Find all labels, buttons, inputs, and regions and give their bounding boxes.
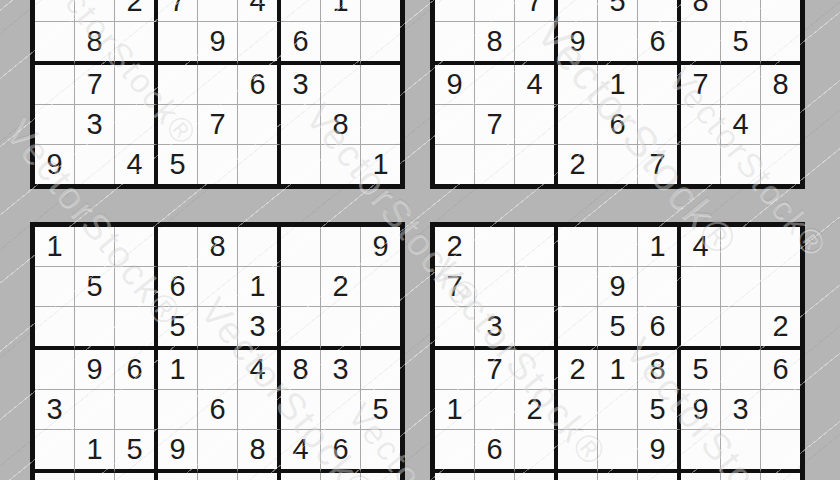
sudoku-cell[interactable] — [761, 227, 800, 267]
sudoku-cell[interactable] — [681, 22, 721, 65]
sudoku-cell[interactable]: 5 — [598, 307, 638, 350]
sudoku-cell[interactable] — [558, 473, 598, 480]
sudoku-cell[interactable] — [198, 267, 238, 307]
sudoku-cell[interactable] — [281, 0, 321, 22]
sudoku-cell[interactable]: 6 — [115, 350, 158, 390]
sudoku-cell[interactable]: 3 — [35, 390, 75, 430]
sudoku-cell[interactable] — [435, 22, 475, 65]
sudoku-cell[interactable]: 1 — [435, 390, 475, 430]
sudoku-cell[interactable] — [558, 267, 598, 307]
sudoku-cell[interactable] — [238, 105, 281, 145]
sudoku-cell[interactable]: 9 — [681, 390, 721, 430]
sudoku-cell[interactable] — [198, 350, 238, 390]
sudoku-cell[interactable] — [281, 307, 321, 350]
sudoku-cell[interactable]: 5 — [115, 430, 158, 473]
sudoku-board-top-left: 27418967633789451 — [30, 0, 405, 189]
sudoku-cell[interactable] — [198, 65, 238, 105]
sudoku-cell[interactable]: 3 — [281, 65, 321, 105]
sudoku-cell[interactable]: 1 — [598, 65, 638, 105]
sudoku-cell[interactable]: 8 — [281, 350, 321, 390]
sudoku-cell[interactable]: 6 — [281, 22, 321, 65]
sudoku-cell[interactable] — [35, 65, 75, 105]
sudoku-cell[interactable] — [115, 473, 158, 480]
sudoku-cell[interactable] — [198, 145, 238, 184]
sudoku-cell[interactable]: 3 — [475, 307, 515, 350]
sudoku-cell[interactable] — [115, 390, 158, 430]
sudoku-cell[interactable]: 8 — [761, 65, 800, 105]
sudoku-cell[interactable] — [435, 0, 475, 22]
sudoku-cell[interactable]: 6 — [638, 22, 681, 65]
sudoku-cell[interactable] — [515, 145, 558, 184]
sudoku-cell[interactable]: 4 — [115, 145, 158, 184]
sudoku-cell[interactable]: 5 — [158, 307, 198, 350]
sudoku-cell[interactable]: 1 — [638, 227, 681, 267]
sudoku-cell[interactable] — [238, 390, 281, 430]
sudoku-cell[interactable] — [681, 145, 721, 184]
sudoku-cell[interactable] — [558, 0, 598, 22]
sudoku-cell[interactable] — [681, 430, 721, 473]
sudoku-cell[interactable]: 1 — [238, 267, 281, 307]
sudoku-board-top-right: 75889659417876427 — [430, 0, 805, 189]
sudoku-cell[interactable]: 8 — [321, 105, 361, 145]
sudoku-cell[interactable] — [515, 430, 558, 473]
sudoku-cell[interactable] — [721, 307, 761, 350]
stock-image-canvas: 27418967633789451 75889659417876427 1895… — [0, 0, 840, 480]
sudoku-cell[interactable]: 6 — [761, 350, 800, 390]
sudoku-cell[interactable]: 7 — [638, 145, 681, 184]
sudoku-cell[interactable]: 1 — [75, 430, 115, 473]
sudoku-cell[interactable]: 3 — [75, 105, 115, 145]
sudoku-cell[interactable]: 2 — [558, 145, 598, 184]
sudoku-cell[interactable] — [35, 307, 75, 350]
sudoku-cell[interactable] — [681, 267, 721, 307]
sudoku-cell[interactable]: 7 — [435, 267, 475, 307]
sudoku-cell[interactable] — [475, 65, 515, 105]
sudoku-cell[interactable] — [75, 307, 115, 350]
sudoku-cell[interactable]: 3 — [321, 350, 361, 390]
sudoku-cell[interactable] — [361, 473, 400, 480]
sudoku-cell[interactable] — [721, 430, 761, 473]
sudoku-cell[interactable] — [558, 430, 598, 473]
sudoku-cell[interactable] — [638, 105, 681, 145]
sudoku-board-bottom-left: 189561253961483365159846 — [30, 222, 405, 480]
sudoku-cell[interactable] — [361, 307, 400, 350]
sudoku-cell[interactable]: 1 — [158, 350, 198, 390]
sudoku-cell[interactable]: 6 — [321, 430, 361, 473]
sudoku-cell[interactable] — [321, 473, 361, 480]
sudoku-cell[interactable]: 4 — [238, 0, 281, 22]
sudoku-cell[interactable] — [281, 227, 321, 267]
sudoku-board-bottom-right: 2147935627218561259369 — [430, 222, 805, 480]
sudoku-cell[interactable]: 3 — [721, 390, 761, 430]
sudoku-cell[interactable]: 7 — [158, 0, 198, 22]
sudoku-cell[interactable] — [558, 307, 598, 350]
sudoku-cell[interactable]: 4 — [515, 65, 558, 105]
sudoku-cell[interactable] — [721, 473, 761, 480]
sudoku-cell[interactable] — [321, 227, 361, 267]
sudoku-cell[interactable]: 8 — [198, 227, 238, 267]
sudoku-cell[interactable] — [475, 473, 515, 480]
sudoku-cell[interactable]: 2 — [435, 227, 475, 267]
sudoku-cell[interactable]: 6 — [198, 390, 238, 430]
sudoku-cell[interactable] — [75, 473, 115, 480]
sudoku-cell[interactable] — [761, 390, 800, 430]
sudoku-cell[interactable] — [198, 0, 238, 22]
sudoku-cell[interactable] — [598, 430, 638, 473]
sudoku-cell[interactable] — [158, 390, 198, 430]
sudoku-cell[interactable] — [721, 267, 761, 307]
sudoku-cell[interactable] — [115, 227, 158, 267]
sudoku-cell[interactable] — [761, 267, 800, 307]
sudoku-cell[interactable] — [475, 145, 515, 184]
sudoku-cell[interactable] — [475, 390, 515, 430]
sudoku-cell[interactable] — [35, 22, 75, 65]
sudoku-cell[interactable] — [515, 307, 558, 350]
sudoku-cell[interactable]: 4 — [281, 430, 321, 473]
sudoku-cell[interactable]: 1 — [598, 350, 638, 390]
sudoku-cell[interactable]: 4 — [721, 105, 761, 145]
sudoku-cell[interactable]: 9 — [198, 22, 238, 65]
sudoku-cell[interactable] — [515, 473, 558, 480]
sudoku-cell[interactable] — [75, 227, 115, 267]
sudoku-cell[interactable] — [361, 22, 400, 65]
sudoku-cell[interactable] — [361, 65, 400, 105]
sudoku-cell[interactable] — [435, 473, 475, 480]
sudoku-cell[interactable] — [115, 65, 158, 105]
sudoku-cell[interactable]: 5 — [361, 390, 400, 430]
sudoku-cell[interactable]: 6 — [238, 65, 281, 105]
sudoku-cell[interactable]: 4 — [238, 350, 281, 390]
sudoku-cell[interactable] — [75, 0, 115, 22]
sudoku-cell[interactable] — [761, 473, 800, 480]
sudoku-cell[interactable] — [35, 267, 75, 307]
sudoku-cell[interactable] — [721, 65, 761, 105]
sudoku-cell[interactable] — [681, 473, 721, 480]
sudoku-cell[interactable] — [361, 267, 400, 307]
sudoku-cell[interactable] — [321, 65, 361, 105]
sudoku-cell[interactable]: 5 — [681, 350, 721, 390]
sudoku-cell[interactable]: 7 — [681, 65, 721, 105]
sudoku-cell[interactable]: 6 — [598, 105, 638, 145]
sudoku-cell[interactable]: 1 — [35, 227, 75, 267]
sudoku-cell[interactable] — [35, 105, 75, 145]
sudoku-cell[interactable]: 9 — [158, 430, 198, 473]
sudoku-cell[interactable] — [238, 473, 281, 480]
sudoku-cell[interactable] — [761, 145, 800, 184]
sudoku-cell[interactable] — [361, 105, 400, 145]
sudoku-cell[interactable] — [558, 227, 598, 267]
sudoku-cell[interactable] — [321, 390, 361, 430]
sudoku-cell[interactable]: 7 — [475, 105, 515, 145]
sudoku-cell[interactable] — [321, 145, 361, 184]
sudoku-cell[interactable] — [761, 22, 800, 65]
sudoku-cell[interactable]: 2 — [761, 307, 800, 350]
sudoku-cell[interactable]: 2 — [321, 267, 361, 307]
sudoku-cell[interactable]: 7 — [475, 350, 515, 390]
sudoku-cell[interactable] — [435, 105, 475, 145]
sudoku-cell[interactable] — [475, 227, 515, 267]
sudoku-cell[interactable] — [115, 105, 158, 145]
sudoku-cell[interactable] — [515, 350, 558, 390]
sudoku-cell[interactable] — [558, 390, 598, 430]
sudoku-cell[interactable]: 2 — [558, 350, 598, 390]
sudoku-cell[interactable] — [198, 430, 238, 473]
sudoku-cell[interactable]: 7 — [75, 65, 115, 105]
sudoku-cell[interactable] — [321, 22, 361, 65]
sudoku-cell[interactable] — [158, 105, 198, 145]
sudoku-cell[interactable]: 1 — [361, 145, 400, 184]
sudoku-cell[interactable]: 2 — [515, 390, 558, 430]
sudoku-cell[interactable]: 3 — [238, 307, 281, 350]
sudoku-cell[interactable] — [158, 65, 198, 105]
sudoku-cell[interactable] — [721, 227, 761, 267]
sudoku-cell[interactable] — [515, 227, 558, 267]
sudoku-cell[interactable]: 8 — [238, 430, 281, 473]
sudoku-cell[interactable] — [638, 267, 681, 307]
sudoku-cell[interactable] — [281, 145, 321, 184]
sudoku-cell[interactable] — [558, 105, 598, 145]
sudoku-cell[interactable] — [515, 105, 558, 145]
sudoku-cell[interactable] — [721, 350, 761, 390]
sudoku-cell[interactable] — [598, 22, 638, 65]
sudoku-cell[interactable]: 2 — [115, 0, 158, 22]
sudoku-cell[interactable] — [321, 307, 361, 350]
sudoku-cell[interactable] — [115, 307, 158, 350]
sudoku-cell[interactable]: 9 — [75, 350, 115, 390]
sudoku-cell[interactable] — [515, 267, 558, 307]
sudoku-cell[interactable] — [475, 267, 515, 307]
sudoku-cell[interactable]: 8 — [75, 22, 115, 65]
sudoku-cell[interactable]: 8 — [638, 350, 681, 390]
sudoku-cell[interactable] — [158, 227, 198, 267]
sudoku-cell[interactable]: 1 — [321, 0, 361, 22]
sudoku-cell[interactable]: 9 — [638, 430, 681, 473]
sudoku-cell[interactable] — [435, 145, 475, 184]
sudoku-cell[interactable] — [558, 65, 598, 105]
sudoku-cell[interactable] — [435, 307, 475, 350]
sudoku-cell[interactable] — [361, 350, 400, 390]
sudoku-cell[interactable] — [598, 145, 638, 184]
sudoku-cell[interactable] — [35, 430, 75, 473]
sudoku-cell[interactable]: 9 — [361, 227, 400, 267]
sudoku-cell[interactable] — [238, 145, 281, 184]
sudoku-cell[interactable]: 9 — [435, 65, 475, 105]
sudoku-cell[interactable] — [281, 390, 321, 430]
sudoku-cell[interactable]: 9 — [35, 145, 75, 184]
sudoku-cell[interactable] — [158, 22, 198, 65]
sudoku-cell[interactable] — [75, 145, 115, 184]
sudoku-cell[interactable] — [238, 227, 281, 267]
sudoku-cell[interactable] — [238, 22, 281, 65]
sudoku-cell[interactable] — [158, 473, 198, 480]
sudoku-cell[interactable] — [75, 390, 115, 430]
sudoku-cell[interactable]: 6 — [475, 430, 515, 473]
sudoku-cell[interactable] — [761, 430, 800, 473]
sudoku-cell[interactable]: 5 — [638, 390, 681, 430]
sudoku-cell[interactable]: 9 — [558, 22, 598, 65]
sudoku-cell[interactable]: 5 — [598, 0, 638, 22]
sudoku-cell[interactable]: 8 — [681, 0, 721, 22]
sudoku-cell[interactable] — [281, 267, 321, 307]
sudoku-cell[interactable] — [281, 473, 321, 480]
sudoku-cell[interactable] — [721, 0, 761, 22]
sudoku-cell[interactable] — [638, 0, 681, 22]
sudoku-cell[interactable] — [35, 0, 75, 22]
sudoku-cell[interactable]: 7 — [515, 0, 558, 22]
sudoku-cell[interactable]: 5 — [158, 145, 198, 184]
sudoku-cell[interactable] — [198, 473, 238, 480]
sudoku-cell[interactable] — [681, 307, 721, 350]
sudoku-cell[interactable]: 5 — [721, 22, 761, 65]
sudoku-cell[interactable] — [515, 22, 558, 65]
sudoku-cell[interactable] — [681, 105, 721, 145]
sudoku-cell[interactable] — [35, 350, 75, 390]
sudoku-cell[interactable]: 8 — [475, 22, 515, 65]
sudoku-cell[interactable] — [198, 307, 238, 350]
sudoku-cell[interactable] — [761, 0, 800, 22]
sudoku-cell[interactable] — [721, 145, 761, 184]
sudoku-cell[interactable] — [598, 390, 638, 430]
sudoku-cell[interactable] — [115, 267, 158, 307]
sudoku-cell[interactable] — [435, 430, 475, 473]
sudoku-cell[interactable]: 6 — [158, 267, 198, 307]
sudoku-cell[interactable] — [475, 0, 515, 22]
sudoku-cell[interactable] — [598, 227, 638, 267]
sudoku-cell[interactable]: 5 — [75, 267, 115, 307]
sudoku-cell[interactable] — [361, 0, 400, 22]
sudoku-cell[interactable]: 6 — [638, 307, 681, 350]
sudoku-cell[interactable] — [115, 22, 158, 65]
sudoku-cell[interactable]: 9 — [598, 267, 638, 307]
sudoku-cell[interactable] — [638, 65, 681, 105]
sudoku-cell[interactable] — [638, 473, 681, 480]
sudoku-cell[interactable] — [598, 473, 638, 480]
sudoku-cell[interactable]: 4 — [681, 227, 721, 267]
sudoku-cell[interactable] — [435, 350, 475, 390]
sudoku-cell[interactable]: 7 — [198, 105, 238, 145]
sudoku-cell[interactable] — [761, 105, 800, 145]
sudoku-cell[interactable] — [281, 105, 321, 145]
sudoku-cell[interactable] — [35, 473, 75, 480]
sudoku-cell[interactable] — [361, 430, 400, 473]
